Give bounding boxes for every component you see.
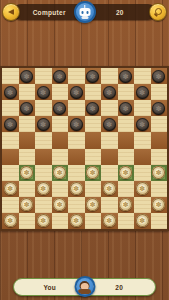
square-r8c5[interactable]: ✽ — [68, 181, 85, 197]
square-r10c2 — [19, 213, 36, 229]
square-r4c5[interactable]: ✽ — [68, 116, 85, 132]
square-r5c5 — [68, 132, 85, 148]
square-r5c7 — [101, 132, 118, 148]
square-r4c8 — [118, 116, 135, 132]
zoom-search-button[interactable] — [149, 3, 167, 21]
piece-engraving: ✽ — [106, 86, 112, 99]
square-r7c1 — [2, 165, 19, 181]
square-r8c2 — [19, 181, 36, 197]
square-r4c10 — [151, 116, 168, 132]
black-piece[interactable]: ✽ — [119, 70, 132, 83]
square-r3c5 — [68, 100, 85, 116]
square-r9c3 — [35, 197, 52, 213]
square-r10c3[interactable]: ✽ — [35, 213, 52, 229]
square-r1c1 — [2, 68, 19, 84]
square-r1c6[interactable]: ✽ — [85, 68, 102, 84]
square-r8c7[interactable]: ✽ — [101, 181, 118, 197]
black-piece[interactable]: ✽ — [70, 118, 83, 131]
square-r3c9 — [134, 100, 151, 116]
square-r7c7 — [101, 165, 118, 181]
piece-engraving: ✽ — [156, 166, 162, 179]
piece-engraving: ✽ — [90, 102, 96, 115]
square-r1c2[interactable]: ✽ — [19, 68, 36, 84]
black-piece[interactable]: ✽ — [37, 118, 50, 131]
square-r1c3 — [35, 68, 52, 84]
game-screen: Computer 20 ✽✽✽✽✽✽✽✽✽✽✽✽✽✽✽✽✽✽✽✽✽✽✽✽✽✽✽✽… — [0, 0, 169, 300]
square-r1c5 — [68, 68, 85, 84]
piece-engraving: ✽ — [139, 182, 145, 195]
player-bar: You 20 — [13, 278, 156, 296]
white-piece[interactable]: ✽ — [37, 214, 50, 227]
square-r5c2[interactable] — [19, 132, 36, 148]
white-piece[interactable]: ✽ — [70, 182, 83, 195]
square-r8c4 — [52, 181, 69, 197]
piece-engraving: ✽ — [73, 182, 79, 195]
square-r3c1 — [2, 100, 19, 116]
piece-engraving: ✽ — [123, 198, 129, 211]
square-r9c5 — [68, 197, 85, 213]
square-r3c2[interactable]: ✽ — [19, 100, 36, 116]
back-button[interactable] — [2, 3, 20, 21]
square-r4c9[interactable]: ✽ — [134, 116, 151, 132]
square-r6c6 — [85, 149, 102, 165]
square-r9c4[interactable]: ✽ — [52, 197, 69, 213]
piece-engraving: ✽ — [24, 198, 30, 211]
square-r4c6 — [85, 116, 102, 132]
square-r10c4 — [52, 213, 69, 229]
piece-engraving: ✽ — [40, 86, 46, 99]
piece-engraving: ✽ — [90, 166, 96, 179]
square-r2c7[interactable]: ✽ — [101, 84, 118, 100]
piece-engraving: ✽ — [123, 102, 129, 115]
piece-engraving: ✽ — [106, 118, 112, 131]
square-r3c3 — [35, 100, 52, 116]
white-piece-highlighted[interactable]: ✽ — [119, 166, 132, 179]
square-r4c4 — [52, 116, 69, 132]
board: ✽✽✽✽✽✽✽✽✽✽✽✽✽✽✽✽✽✽✽✽✽✽✽✽✽✽✽✽✽✽✽✽✽✽✽✽✽✽✽✽ — [0, 66, 169, 231]
square-r2c4 — [52, 84, 69, 100]
square-r6c10 — [151, 149, 168, 165]
piece-engraving: ✽ — [40, 118, 46, 131]
black-piece[interactable]: ✽ — [70, 86, 83, 99]
black-piece[interactable]: ✽ — [4, 118, 17, 131]
piece-engraving: ✽ — [57, 102, 63, 115]
player-name: You — [22, 279, 77, 295]
piece-engraving: ✽ — [57, 166, 63, 179]
square-r3c6[interactable]: ✽ — [85, 100, 102, 116]
white-piece[interactable]: ✽ — [103, 182, 116, 195]
square-r10c1[interactable]: ✽ — [2, 213, 19, 229]
back-arrow-icon — [8, 9, 14, 15]
white-piece-highlighted[interactable]: ✽ — [86, 166, 99, 179]
black-piece[interactable]: ✽ — [37, 86, 50, 99]
piece-engraving: ✽ — [7, 118, 13, 131]
square-r8c8 — [118, 181, 135, 197]
white-piece[interactable]: ✽ — [136, 214, 149, 227]
square-r8c9[interactable]: ✽ — [134, 181, 151, 197]
square-r5c10[interactable] — [151, 132, 168, 148]
square-r6c7[interactable] — [101, 149, 118, 165]
piece-engraving: ✽ — [7, 86, 13, 99]
square-r1c10[interactable]: ✽ — [151, 68, 168, 84]
piece-engraving: ✽ — [57, 198, 63, 211]
square-r9c2[interactable]: ✽ — [19, 197, 36, 213]
square-r8c1[interactable]: ✽ — [2, 181, 19, 197]
square-r3c10[interactable]: ✽ — [151, 100, 168, 116]
square-r10c6 — [85, 213, 102, 229]
piece-engraving: ✽ — [90, 198, 96, 211]
square-r5c3 — [35, 132, 52, 148]
white-piece[interactable]: ✽ — [136, 182, 149, 195]
piece-engraving: ✽ — [40, 182, 46, 195]
square-r2c9[interactable]: ✽ — [134, 84, 151, 100]
black-piece[interactable]: ✽ — [20, 102, 33, 115]
square-r7c10[interactable]: ✽ — [151, 165, 168, 181]
piece-engraving: ✽ — [7, 214, 13, 227]
piece-engraving: ✽ — [139, 118, 145, 131]
square-r7c3 — [35, 165, 52, 181]
player-avatar — [74, 276, 95, 297]
square-r3c4[interactable]: ✽ — [52, 100, 69, 116]
piece-engraving: ✽ — [139, 214, 145, 227]
white-piece[interactable]: ✽ — [20, 198, 33, 211]
white-piece[interactable]: ✽ — [119, 198, 132, 211]
white-piece[interactable]: ✽ — [53, 198, 66, 211]
square-r5c8[interactable] — [118, 132, 135, 148]
white-piece[interactable]: ✽ — [70, 214, 83, 227]
square-r7c5 — [68, 165, 85, 181]
black-piece[interactable]: ✽ — [119, 102, 132, 115]
piece-engraving: ✽ — [156, 70, 162, 83]
black-piece[interactable]: ✽ — [136, 86, 149, 99]
black-piece[interactable]: ✽ — [103, 86, 116, 99]
piece-engraving: ✽ — [24, 166, 30, 179]
white-piece-highlighted[interactable]: ✽ — [53, 166, 66, 179]
piece-engraving: ✽ — [24, 70, 30, 83]
square-r2c8 — [118, 84, 135, 100]
opponent-avatar — [74, 1, 96, 23]
square-r10c9[interactable]: ✽ — [134, 213, 151, 229]
square-r1c8[interactable]: ✽ — [118, 68, 135, 84]
square-r6c5[interactable] — [68, 149, 85, 165]
black-piece[interactable]: ✽ — [53, 70, 66, 83]
piece-engraving: ✽ — [139, 86, 145, 99]
square-r8c3[interactable]: ✽ — [35, 181, 52, 197]
black-piece[interactable]: ✽ — [86, 70, 99, 83]
square-r4c2 — [19, 116, 36, 132]
square-r2c3[interactable]: ✽ — [35, 84, 52, 100]
square-r5c9 — [134, 132, 151, 148]
piece-engraving: ✽ — [24, 102, 30, 115]
square-r2c6 — [85, 84, 102, 100]
black-piece[interactable]: ✽ — [136, 118, 149, 131]
white-piece[interactable]: ✽ — [37, 182, 50, 195]
square-r6c4 — [52, 149, 69, 165]
piece-engraving: ✽ — [106, 214, 112, 227]
square-r7c6[interactable]: ✽ — [85, 165, 102, 181]
square-r1c7 — [101, 68, 118, 84]
square-r4c7[interactable]: ✽ — [101, 116, 118, 132]
square-r3c7 — [101, 100, 118, 116]
piece-engraving: ✽ — [57, 70, 63, 83]
piece-engraving: ✽ — [73, 86, 79, 99]
piece-engraving: ✽ — [90, 70, 96, 83]
square-r1c4[interactable]: ✽ — [52, 68, 69, 84]
piece-engraving: ✽ — [156, 102, 162, 115]
square-r10c10 — [151, 213, 168, 229]
square-r1c9 — [134, 68, 151, 84]
opponent-name: Computer — [21, 4, 77, 20]
player-piece-count: 20 — [92, 279, 147, 295]
piece-engraving: ✽ — [73, 214, 79, 227]
square-r2c2 — [19, 84, 36, 100]
black-piece[interactable]: ✽ — [152, 70, 165, 83]
square-r6c3[interactable] — [35, 149, 52, 165]
piece-engraving: ✽ — [40, 214, 46, 227]
square-r6c9[interactable] — [134, 149, 151, 165]
square-r2c10 — [151, 84, 168, 100]
square-r2c5[interactable]: ✽ — [68, 84, 85, 100]
black-piece[interactable]: ✽ — [20, 70, 33, 83]
square-r8c6 — [85, 181, 102, 197]
black-piece[interactable]: ✽ — [152, 102, 165, 115]
square-r9c8[interactable]: ✽ — [118, 197, 135, 213]
white-piece[interactable]: ✽ — [4, 182, 17, 195]
square-r8c10 — [151, 181, 168, 197]
square-r4c3[interactable]: ✽ — [35, 116, 52, 132]
square-r5c4[interactable] — [52, 132, 69, 148]
piece-engraving: ✽ — [156, 198, 162, 211]
piece-engraving: ✽ — [123, 70, 129, 83]
square-r7c9 — [134, 165, 151, 181]
square-r9c10[interactable]: ✽ — [151, 197, 168, 213]
opponent-bar: Computer 20 — [13, 4, 156, 20]
square-r7c8[interactable]: ✽ — [118, 165, 135, 181]
square-r7c2[interactable]: ✽ — [19, 165, 36, 181]
magnifier-icon — [155, 8, 162, 15]
square-r9c7 — [101, 197, 118, 213]
square-r10c8 — [118, 213, 135, 229]
square-r9c9 — [134, 197, 151, 213]
piece-engraving: ✽ — [106, 182, 112, 195]
square-r2c1[interactable]: ✽ — [2, 84, 19, 100]
square-r7c4[interactable]: ✽ — [52, 165, 69, 181]
square-r10c5[interactable]: ✽ — [68, 213, 85, 229]
piece-engraving: ✽ — [7, 182, 13, 195]
square-r6c8 — [118, 149, 135, 165]
white-piece[interactable]: ✽ — [152, 198, 165, 211]
square-r4c1[interactable]: ✽ — [2, 116, 19, 132]
square-r9c1 — [2, 197, 19, 213]
square-r6c2 — [19, 149, 36, 165]
white-piece[interactable]: ✽ — [4, 214, 17, 227]
square-r5c6[interactable] — [85, 132, 102, 148]
black-piece[interactable]: ✽ — [103, 118, 116, 131]
square-r5c1 — [2, 132, 19, 148]
black-piece[interactable]: ✽ — [53, 102, 66, 115]
white-piece-highlighted[interactable]: ✽ — [152, 166, 165, 179]
square-r10c7[interactable]: ✽ — [101, 213, 118, 229]
piece-engraving: ✽ — [123, 166, 129, 179]
piece-engraving: ✽ — [73, 118, 79, 131]
square-r9c6[interactable]: ✽ — [85, 197, 102, 213]
square-r3c8[interactable]: ✽ — [118, 100, 135, 116]
black-piece[interactable]: ✽ — [4, 86, 17, 99]
white-piece[interactable]: ✽ — [103, 214, 116, 227]
black-piece[interactable]: ✽ — [86, 102, 99, 115]
white-piece-highlighted[interactable]: ✽ — [20, 166, 33, 179]
opponent-piece-count: 20 — [92, 4, 148, 20]
white-piece[interactable]: ✽ — [86, 198, 99, 211]
square-r6c1[interactable] — [2, 149, 19, 165]
